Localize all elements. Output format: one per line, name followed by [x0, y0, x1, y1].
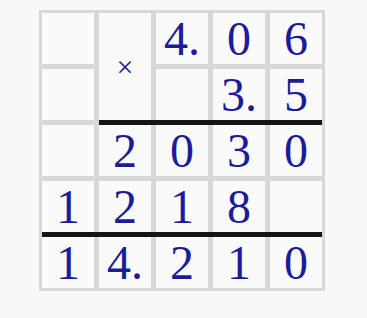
cell-r2c5: 5 [270, 69, 322, 120]
cell-r3c5: 0 [270, 125, 322, 176]
cell-r4c3: 1 [156, 181, 208, 232]
cell-r1c4: 0 [213, 13, 265, 64]
long-multiplication-page: { "game": "long-multiplication", "equati… [0, 0, 367, 318]
board: ×4.063.52030121814.210 [39, 10, 325, 291]
multiply-icon: × [117, 52, 134, 82]
cell-r2c4: 3. [213, 69, 265, 120]
cell-r5c5: 0 [270, 237, 322, 288]
cell-r3c2: 2 [99, 125, 151, 176]
cell-r1c5: 6 [270, 13, 322, 64]
cell-r4c1: 1 [42, 181, 94, 232]
rule-under-multiplier [99, 120, 322, 125]
multiply-sign-cell: × [99, 13, 151, 120]
cell-r5c1: 1 [42, 237, 94, 288]
cell-r1c1 [42, 13, 94, 64]
cell-r3c1 [42, 125, 94, 176]
cell-r3c3: 0 [156, 125, 208, 176]
cell-r4c5 [270, 181, 322, 232]
cell-r5c4: 1 [213, 237, 265, 288]
cell-r2c3 [156, 69, 208, 120]
cell-r5c2: 4. [99, 237, 151, 288]
cell-r4c2: 2 [99, 181, 151, 232]
cell-r2c1 [42, 69, 94, 120]
cell-r1c3: 4. [156, 13, 208, 64]
cell-r4c4: 8 [213, 181, 265, 232]
cell-r3c4: 3 [213, 125, 265, 176]
rule-under-partial-products [42, 232, 322, 237]
cell-r5c3: 2 [156, 237, 208, 288]
